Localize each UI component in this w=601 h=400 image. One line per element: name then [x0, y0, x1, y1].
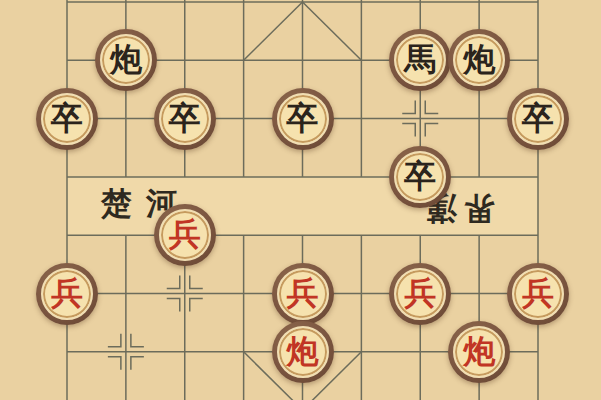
piece-glyph: 卒 — [169, 102, 201, 134]
piece-disc: 馬 — [394, 34, 446, 86]
piece-glyph: 兵 — [404, 277, 436, 309]
piece-disc: 卒 — [512, 93, 564, 145]
piece-glyph: 兵 — [51, 277, 83, 309]
piece-black-soldier-a3[interactable]: 卒 — [36, 88, 98, 150]
piece-disc: 炮 — [100, 34, 152, 86]
piece-glyph: 馬 — [404, 43, 436, 75]
piece-black-soldier-i3[interactable]: 卒 — [507, 88, 569, 150]
piece-glyph: 卒 — [404, 160, 436, 192]
piece-disc: 兵 — [277, 268, 329, 320]
piece-glyph: 卒 — [287, 102, 319, 134]
piece-disc: 卒 — [159, 93, 211, 145]
piece-red-soldier-a6[interactable]: 兵 — [36, 263, 98, 325]
piece-black-cannon-b2[interactable]: 炮 — [95, 29, 157, 91]
piece-glyph: 炮 — [287, 335, 319, 367]
piece-glyph: 兵 — [522, 277, 554, 309]
piece-glyph: 兵 — [287, 277, 319, 309]
piece-red-soldier-i6[interactable]: 兵 — [507, 263, 569, 325]
piece-disc: 炮 — [277, 326, 329, 378]
piece-glyph: 炮 — [110, 43, 142, 75]
piece-glyph: 卒 — [51, 102, 83, 134]
xiangqi-board[interactable]: 楚河 漢 界 炮馬炮卒卒卒卒卒兵兵兵兵兵炮炮 — [0, 0, 601, 400]
piece-disc: 卒 — [394, 151, 446, 203]
piece-red-cannon-e7[interactable]: 炮 — [272, 321, 334, 383]
piece-glyph: 炮 — [463, 335, 495, 367]
piece-red-soldier-c5[interactable]: 兵 — [154, 204, 216, 266]
piece-disc: 兵 — [159, 209, 211, 261]
piece-disc: 炮 — [453, 326, 505, 378]
piece-red-soldier-g6[interactable]: 兵 — [389, 263, 451, 325]
piece-disc: 炮 — [453, 34, 505, 86]
piece-black-soldier-c3[interactable]: 卒 — [154, 88, 216, 150]
piece-disc: 兵 — [394, 268, 446, 320]
piece-disc: 兵 — [512, 268, 564, 320]
piece-disc: 兵 — [41, 268, 93, 320]
piece-glyph: 炮 — [463, 43, 495, 75]
piece-disc: 卒 — [41, 93, 93, 145]
piece-black-soldier-g4[interactable]: 卒 — [389, 146, 451, 208]
piece-glyph: 卒 — [522, 102, 554, 134]
piece-glyph: 兵 — [169, 218, 201, 250]
piece-black-soldier-e3[interactable]: 卒 — [272, 88, 334, 150]
piece-disc: 卒 — [277, 93, 329, 145]
piece-red-cannon-h7[interactable]: 炮 — [448, 321, 510, 383]
piece-black-cannon-h2[interactable]: 炮 — [448, 29, 510, 91]
piece-red-soldier-e6[interactable]: 兵 — [272, 263, 334, 325]
river-label-jie-char: 界 — [464, 193, 495, 224]
